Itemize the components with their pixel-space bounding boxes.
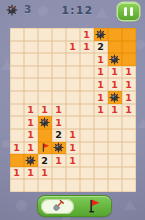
cell-r11c2[interactable] — [24, 154, 38, 167]
cell-r9c2[interactable]: 1 — [24, 129, 38, 142]
cell-r13c3[interactable] — [38, 179, 52, 192]
cell-number: 1 — [69, 143, 76, 153]
cell-r4c7[interactable]: 1 — [94, 66, 108, 79]
cell-number: 1 — [83, 30, 90, 40]
cell-r5c8[interactable]: 1 — [108, 78, 122, 91]
cell-r3c6[interactable] — [80, 53, 94, 66]
cell-r2c4[interactable] — [52, 41, 66, 54]
cell-r8c7[interactable] — [94, 116, 108, 129]
cell-r8c4[interactable]: 1 — [52, 116, 66, 129]
cell-r2c8[interactable] — [108, 41, 122, 54]
cell-r1c6[interactable]: 1 — [80, 28, 94, 41]
cell-r13c4[interactable] — [52, 179, 66, 192]
cell-number: 1 — [55, 118, 62, 128]
cell-r12c2[interactable]: 1 — [24, 167, 38, 180]
cell-number: 1 — [111, 105, 118, 115]
minesweeper-board[interactable]: 1 1121 1111111 11111111 112111 1 211111 — [10, 28, 136, 192]
cell-number: 1 — [111, 67, 118, 77]
cell-r7c3[interactable]: 1 — [38, 104, 52, 117]
cell-r13c9[interactable] — [122, 179, 136, 192]
cell-r12c5[interactable] — [66, 167, 80, 180]
cell-number: 1 — [41, 168, 48, 178]
mine-icon — [109, 54, 120, 65]
cell-r10c9[interactable] — [122, 142, 136, 155]
cell-r8c9[interactable] — [122, 116, 136, 129]
flag-icon — [86, 198, 102, 214]
cell-r5c7[interactable]: 1 — [94, 78, 108, 91]
cell-r3c1[interactable] — [10, 53, 24, 66]
cell-r9c1[interactable] — [10, 129, 24, 142]
cell-r12c1[interactable]: 1 — [10, 167, 24, 180]
cell-r10c4[interactable] — [52, 142, 66, 155]
cell-number: 1 — [97, 55, 104, 65]
cell-r2c6[interactable]: 1 — [80, 41, 94, 54]
mine-icon — [109, 92, 120, 103]
cell-r9c6[interactable] — [80, 129, 94, 142]
cell-r5c3[interactable] — [38, 78, 52, 91]
cell-number: 1 — [125, 93, 132, 103]
cell-number: 1 — [27, 168, 34, 178]
mine-icon — [95, 29, 106, 40]
cell-r7c5[interactable] — [66, 104, 80, 117]
cell-r12c9[interactable] — [122, 167, 136, 180]
cell-r10c3[interactable] — [38, 142, 52, 155]
cell-number: 1 — [27, 143, 34, 153]
cell-r7c8[interactable]: 1 — [108, 104, 122, 117]
cell-r9c3[interactable] — [38, 129, 52, 142]
cell-r13c5[interactable] — [66, 179, 80, 192]
cell-r2c5[interactable]: 1 — [66, 41, 80, 54]
cell-r12c3[interactable]: 1 — [38, 167, 52, 180]
cell-r11c9[interactable] — [122, 154, 136, 167]
cell-r12c6[interactable] — [80, 167, 94, 180]
cell-r3c9[interactable] — [122, 53, 136, 66]
cell-r7c6[interactable] — [80, 104, 94, 117]
cell-number: 1 — [111, 80, 118, 90]
cell-r1c5[interactable] — [66, 28, 80, 41]
cell-r11c7[interactable] — [94, 154, 108, 167]
flag-marker-icon — [40, 142, 50, 153]
cell-number: 1 — [13, 143, 20, 153]
cell-number: 1 — [27, 105, 34, 115]
cell-r4c5[interactable] — [66, 66, 80, 79]
cell-r1c4[interactable] — [52, 28, 66, 41]
cell-r11c4[interactable]: 1 — [52, 154, 66, 167]
cell-r7c7[interactable]: 1 — [94, 104, 108, 117]
cell-r5c2[interactable] — [24, 78, 38, 91]
cell-r6c8[interactable] — [108, 91, 122, 104]
cell-r8c5[interactable] — [66, 116, 80, 129]
cell-r13c8[interactable] — [108, 179, 122, 192]
cell-number: 1 — [55, 105, 62, 115]
cell-r11c6[interactable] — [80, 154, 94, 167]
mine-icon — [53, 142, 64, 153]
cell-r11c8[interactable] — [108, 154, 122, 167]
cell-number: 1 — [97, 67, 104, 77]
cell-r3c4[interactable] — [52, 53, 66, 66]
cell-r10c6[interactable] — [80, 142, 94, 155]
cell-r8c8[interactable] — [108, 116, 122, 129]
cell-r2c9[interactable] — [122, 41, 136, 54]
cell-number: 2 — [97, 42, 104, 52]
cell-r2c1[interactable] — [10, 41, 24, 54]
cell-r9c8[interactable] — [108, 129, 122, 142]
shovel-icon — [50, 198, 66, 214]
cell-r6c9[interactable]: 1 — [122, 91, 136, 104]
cell-r1c3[interactable] — [38, 28, 52, 41]
cell-number: 1 — [83, 42, 90, 52]
cell-number: 1 — [13, 168, 20, 178]
cell-r10c2[interactable]: 1 — [24, 142, 38, 155]
cell-number: 1 — [69, 156, 76, 166]
cell-r5c4[interactable] — [52, 78, 66, 91]
cell-r6c7[interactable]: 1 — [94, 91, 108, 104]
cell-r9c4[interactable]: 2 — [52, 129, 66, 142]
cell-r4c8[interactable]: 1 — [108, 66, 122, 79]
cell-r13c6[interactable] — [80, 179, 94, 192]
cell-r1c2[interactable] — [24, 28, 38, 41]
pause-button[interactable] — [118, 3, 139, 20]
pause-icon — [124, 7, 127, 16]
cell-r4c3[interactable] — [38, 66, 52, 79]
tool-toolbar — [38, 196, 111, 216]
cell-r10c1[interactable]: 1 — [10, 142, 24, 155]
cell-r12c4[interactable] — [52, 167, 66, 180]
minesweeper-screen: 3 1:12 1 1121 1111111 11111111 112111 1 — [0, 0, 145, 220]
mine-icon — [39, 117, 50, 128]
cell-r7c4[interactable]: 1 — [52, 104, 66, 117]
cell-r3c8[interactable] — [108, 53, 122, 66]
cell-r2c7[interactable]: 2 — [94, 41, 108, 54]
cell-r7c9[interactable]: 1 — [122, 104, 136, 117]
cell-r10c7[interactable] — [94, 142, 108, 155]
cell-r3c2[interactable] — [24, 53, 38, 66]
cell-r7c1[interactable] — [10, 104, 24, 117]
cell-r2c2[interactable] — [24, 41, 38, 54]
cell-r11c3[interactable]: 2 — [38, 154, 52, 167]
cell-r8c3[interactable] — [38, 116, 52, 129]
cell-r13c7[interactable] — [94, 179, 108, 192]
cell-r3c3[interactable] — [38, 53, 52, 66]
cell-r1c1[interactable] — [10, 28, 24, 41]
cell-number: 1 — [55, 156, 62, 166]
cell-r4c2[interactable] — [24, 66, 38, 79]
cell-r9c7[interactable] — [94, 129, 108, 142]
cell-number: 1 — [97, 80, 104, 90]
cell-r12c8[interactable] — [108, 167, 122, 180]
cell-r8c2[interactable]: 1 — [24, 116, 38, 129]
cell-r1c9[interactable] — [122, 28, 136, 41]
cell-number: 1 — [125, 80, 132, 90]
cell-number: 1 — [69, 42, 76, 52]
cell-r2c3[interactable] — [38, 41, 52, 54]
cell-r12c7[interactable] — [94, 167, 108, 180]
cell-r4c9[interactable]: 1 — [122, 66, 136, 79]
cell-r4c4[interactable] — [52, 66, 66, 79]
cell-r3c7[interactable]: 1 — [94, 53, 108, 66]
cell-number: 1 — [125, 105, 132, 115]
cell-r1c8[interactable] — [108, 28, 122, 41]
cell-number: 1 — [27, 118, 34, 128]
cell-r9c5[interactable]: 1 — [66, 129, 80, 142]
cell-number: 1 — [41, 105, 48, 115]
flag-tool-button[interactable] — [80, 196, 108, 216]
cell-r6c5[interactable] — [66, 91, 80, 104]
cell-r5c9[interactable]: 1 — [122, 78, 136, 91]
cell-r4c1[interactable] — [10, 66, 24, 79]
cell-number: 1 — [27, 130, 34, 140]
cell-r8c6[interactable] — [80, 116, 94, 129]
cell-number: 2 — [55, 130, 62, 140]
cell-r6c1[interactable] — [10, 91, 24, 104]
cell-r1c7[interactable] — [94, 28, 108, 41]
cell-r13c1[interactable] — [10, 179, 24, 192]
cell-number: 1 — [97, 105, 104, 115]
cell-number: 1 — [69, 130, 76, 140]
cell-r6c2[interactable] — [24, 91, 38, 104]
cell-r13c2[interactable] — [24, 179, 38, 192]
cell-r11c5[interactable]: 1 — [66, 154, 80, 167]
cell-r5c5[interactable] — [66, 78, 80, 91]
cell-r11c1[interactable] — [10, 154, 24, 167]
cell-r9c9[interactable] — [122, 129, 136, 142]
cell-number: 1 — [97, 93, 104, 103]
cell-r8c1[interactable] — [10, 116, 24, 129]
cell-r3c5[interactable] — [66, 53, 80, 66]
cell-r4c6[interactable] — [80, 66, 94, 79]
cell-number: 2 — [41, 156, 48, 166]
mine-icon — [25, 155, 36, 166]
cell-r5c6[interactable] — [80, 78, 94, 91]
shovel-tool-button[interactable] — [41, 199, 74, 214]
cell-r6c6[interactable] — [80, 91, 94, 104]
cell-r6c3[interactable] — [38, 91, 52, 104]
cell-r7c2[interactable]: 1 — [24, 104, 38, 117]
cell-r5c1[interactable] — [10, 78, 24, 91]
cell-number: 1 — [125, 67, 132, 77]
cell-r10c8[interactable] — [108, 142, 122, 155]
cell-r6c4[interactable] — [52, 91, 66, 104]
cell-r10c5[interactable]: 1 — [66, 142, 80, 155]
